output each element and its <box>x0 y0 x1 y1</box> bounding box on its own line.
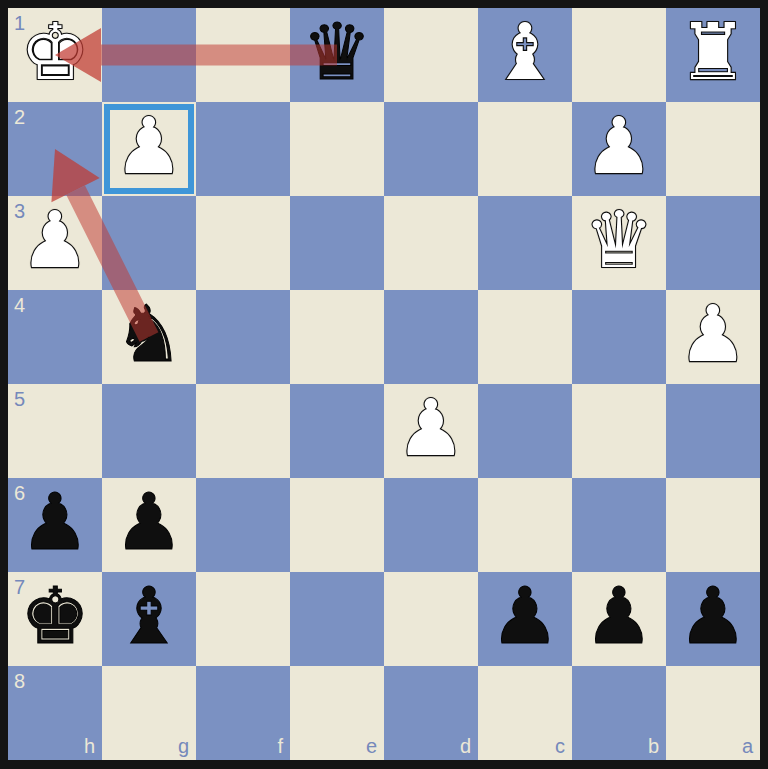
file-label-b: b <box>648 736 659 756</box>
piece-white-king[interactable]: ♚︎ <box>20 5 90 99</box>
square-f3[interactable] <box>196 196 290 290</box>
square-d2[interactable] <box>384 102 478 196</box>
rank-label-8: 8 <box>14 671 25 691</box>
rank-label-5: 5 <box>14 389 25 409</box>
square-e6[interactable] <box>290 478 384 572</box>
piece-black-bishop[interactable]: ♝︎ <box>114 569 184 663</box>
square-a6[interactable] <box>666 478 760 572</box>
square-d7[interactable] <box>384 572 478 666</box>
square-g5[interactable] <box>102 384 196 478</box>
square-a7[interactable]: ♟︎ <box>666 572 760 666</box>
rank-label-4: 4 <box>14 295 25 315</box>
square-h5[interactable]: 5 <box>8 384 102 478</box>
square-b6[interactable] <box>572 478 666 572</box>
square-h4[interactable]: 4 <box>8 290 102 384</box>
square-d6[interactable] <box>384 478 478 572</box>
square-f2[interactable] <box>196 102 290 196</box>
piece-white-bishop[interactable]: ♝︎ <box>490 5 560 99</box>
square-c3[interactable] <box>478 196 572 290</box>
piece-black-knight[interactable]: ♞︎ <box>114 287 184 381</box>
piece-white-pawn[interactable]: ♟︎ <box>114 99 184 193</box>
square-a4[interactable]: ♟︎ <box>666 290 760 384</box>
piece-black-king[interactable]: ♚︎ <box>20 569 90 663</box>
square-a3[interactable] <box>666 196 760 290</box>
square-g2[interactable]: ♟︎ <box>102 102 196 196</box>
square-c2[interactable] <box>478 102 572 196</box>
piece-white-queen[interactable]: ♛︎ <box>584 193 654 287</box>
file-label-h: h <box>84 736 95 756</box>
piece-black-queen[interactable]: ♛︎ <box>302 5 372 99</box>
square-c6[interactable] <box>478 478 572 572</box>
square-b3[interactable]: ♛︎ <box>572 196 666 290</box>
square-b5[interactable] <box>572 384 666 478</box>
square-e1[interactable]: ♛︎ <box>290 8 384 102</box>
square-d3[interactable] <box>384 196 478 290</box>
square-f4[interactable] <box>196 290 290 384</box>
square-h6[interactable]: 6♟︎ <box>8 478 102 572</box>
square-d8[interactable]: d <box>384 666 478 760</box>
square-g4[interactable]: ♞︎ <box>102 290 196 384</box>
square-h3[interactable]: 3♟︎ <box>8 196 102 290</box>
square-b4[interactable] <box>572 290 666 384</box>
square-b1[interactable] <box>572 8 666 102</box>
square-b8[interactable]: b <box>572 666 666 760</box>
app-background: 1♚︎♛︎♝︎♜︎2♟︎♟︎3♟︎♛︎4♞︎♟︎5♟︎6♟︎♟︎7♚︎♝︎♟︎♟… <box>0 0 768 769</box>
square-e3[interactable] <box>290 196 384 290</box>
square-d5[interactable]: ♟︎ <box>384 384 478 478</box>
square-f8[interactable]: f <box>196 666 290 760</box>
square-f1[interactable] <box>196 8 290 102</box>
square-g3[interactable] <box>102 196 196 290</box>
square-g7[interactable]: ♝︎ <box>102 572 196 666</box>
piece-white-pawn[interactable]: ♟︎ <box>584 99 654 193</box>
square-h8[interactable]: 8h <box>8 666 102 760</box>
square-a2[interactable] <box>666 102 760 196</box>
square-c5[interactable] <box>478 384 572 478</box>
square-e5[interactable] <box>290 384 384 478</box>
file-label-e: e <box>366 736 377 756</box>
piece-white-pawn[interactable]: ♟︎ <box>396 381 466 475</box>
square-a5[interactable] <box>666 384 760 478</box>
piece-white-pawn[interactable]: ♟︎ <box>20 193 90 287</box>
square-b2[interactable]: ♟︎ <box>572 102 666 196</box>
square-f6[interactable] <box>196 478 290 572</box>
square-f5[interactable] <box>196 384 290 478</box>
square-e7[interactable] <box>290 572 384 666</box>
file-label-a: a <box>742 736 753 756</box>
chess-board: 1♚︎♛︎♝︎♜︎2♟︎♟︎3♟︎♛︎4♞︎♟︎5♟︎6♟︎♟︎7♚︎♝︎♟︎♟… <box>8 8 760 760</box>
square-g1[interactable] <box>102 8 196 102</box>
rank-label-2: 2 <box>14 107 25 127</box>
file-label-c: c <box>555 736 565 756</box>
square-e2[interactable] <box>290 102 384 196</box>
square-g8[interactable]: g <box>102 666 196 760</box>
square-h2[interactable]: 2 <box>8 102 102 196</box>
square-c4[interactable] <box>478 290 572 384</box>
square-d1[interactable] <box>384 8 478 102</box>
square-e4[interactable] <box>290 290 384 384</box>
piece-black-pawn[interactable]: ♟︎ <box>584 569 654 663</box>
piece-white-pawn[interactable]: ♟︎ <box>678 287 748 381</box>
square-a1[interactable]: ♜︎ <box>666 8 760 102</box>
square-d4[interactable] <box>384 290 478 384</box>
piece-black-pawn[interactable]: ♟︎ <box>490 569 560 663</box>
file-label-g: g <box>178 736 189 756</box>
piece-black-pawn[interactable]: ♟︎ <box>20 475 90 569</box>
square-b7[interactable]: ♟︎ <box>572 572 666 666</box>
file-label-d: d <box>460 736 471 756</box>
square-h7[interactable]: 7♚︎ <box>8 572 102 666</box>
square-h1[interactable]: 1♚︎ <box>8 8 102 102</box>
square-c7[interactable]: ♟︎ <box>478 572 572 666</box>
square-f7[interactable] <box>196 572 290 666</box>
file-label-f: f <box>277 736 283 756</box>
piece-black-pawn[interactable]: ♟︎ <box>114 475 184 569</box>
square-c8[interactable]: c <box>478 666 572 760</box>
piece-black-pawn[interactable]: ♟︎ <box>678 569 748 663</box>
square-c1[interactable]: ♝︎ <box>478 8 572 102</box>
square-e8[interactable]: e <box>290 666 384 760</box>
square-g6[interactable]: ♟︎ <box>102 478 196 572</box>
square-a8[interactable]: a <box>666 666 760 760</box>
piece-white-rook[interactable]: ♜︎ <box>678 5 748 99</box>
